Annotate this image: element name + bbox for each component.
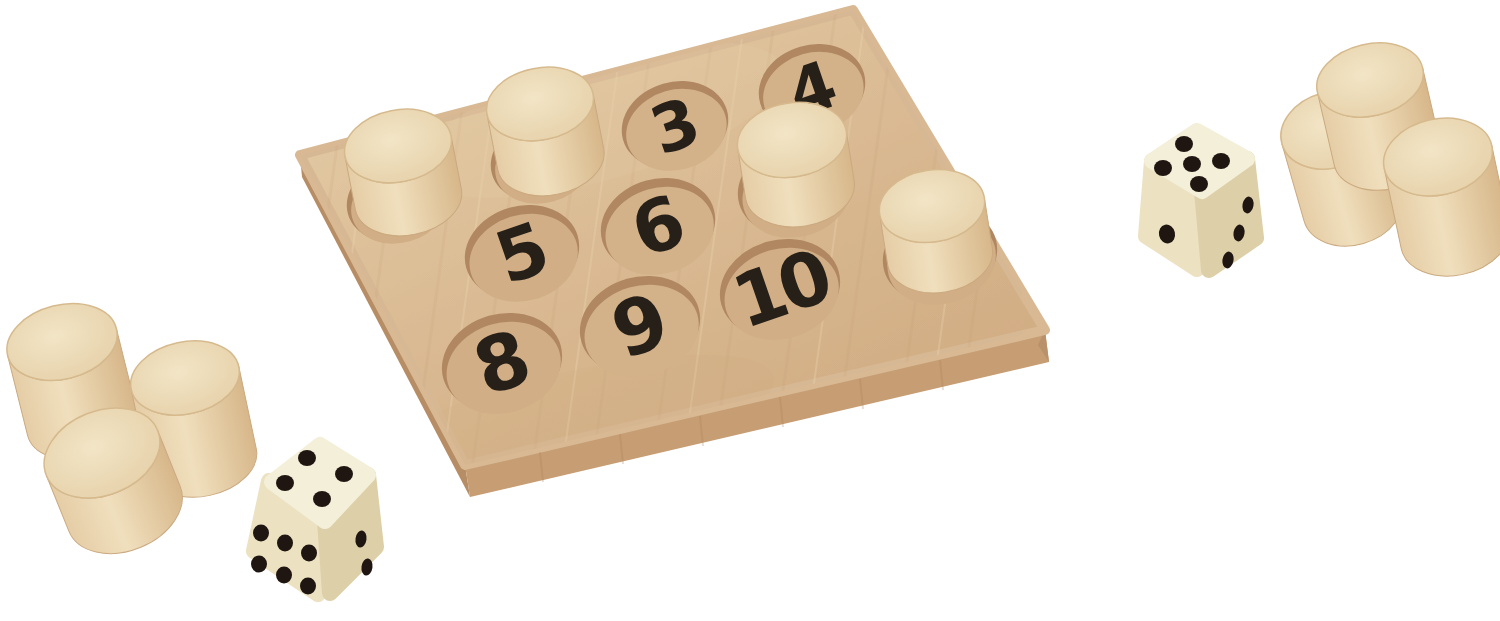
right-die[interactable]	[1146, 131, 1256, 270]
loose-peg-group-right	[1272, 33, 1500, 286]
product-photo-scene: 3 4 5 6 8 9 10	[0, 0, 1500, 621]
scene-canvas: 3 4 5 6 8 9 10	[0, 0, 1500, 621]
game-board: 3 4 5 6 8 9 10	[285, 0, 1049, 537]
bottom-left-die[interactable]	[251, 445, 376, 595]
loose-peg-group-left	[0, 293, 264, 570]
